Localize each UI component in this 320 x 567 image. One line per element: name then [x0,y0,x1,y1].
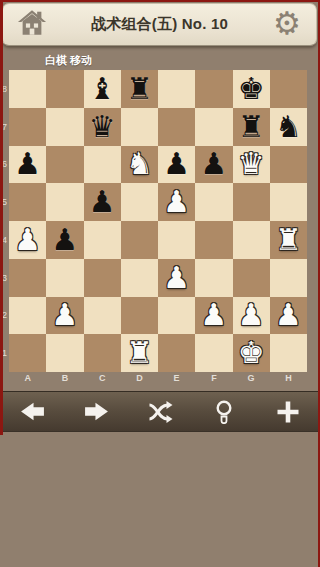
file-labels: ABCDEFGH [9,373,307,386]
square-b6[interactable] [46,146,83,184]
square-e8[interactable] [158,70,195,108]
piece-black-rook: ♜ [238,112,265,142]
file-label-f: F [195,373,232,386]
app-screen: 战术组合(五) No. 10 ⚙ 白棋 移动 87654321 ♝♜♚♛♜♞♟♞… [0,0,320,567]
square-c1[interactable] [84,334,121,372]
square-g6[interactable]: ♛ [233,146,270,184]
forward-arrow-icon [83,401,110,422]
file-label-d: D [121,373,158,386]
square-h5[interactable] [270,183,307,221]
square-c3[interactable] [84,259,121,297]
square-d6[interactable]: ♞ [121,146,158,184]
piece-white-knight: ♞ [126,149,153,179]
piece-black-queen: ♛ [89,112,116,142]
square-a3[interactable] [9,259,46,297]
square-h8[interactable] [270,70,307,108]
square-e2[interactable] [158,297,195,335]
plus-icon [276,400,300,424]
square-f3[interactable] [195,259,232,297]
square-f2[interactable]: ♟ [195,297,232,335]
square-b2[interactable]: ♟ [46,297,83,335]
square-a6[interactable]: ♟ [9,146,46,184]
square-c4[interactable] [84,221,121,259]
screen-frame-top [0,0,320,2]
bottom-panel [0,432,320,567]
square-g8[interactable]: ♚ [233,70,270,108]
shuffle-button[interactable] [128,392,192,431]
add-button[interactable] [256,392,320,431]
square-g3[interactable] [233,259,270,297]
piece-black-pawn: ♟ [89,187,116,217]
piece-white-pawn: ♟ [200,300,227,330]
piece-white-pawn: ♟ [51,300,78,330]
page-title: 战术组合(五) No. 10 [61,15,258,34]
piece-black-king: ♚ [238,74,265,104]
shuffle-icon [147,401,174,423]
square-g2[interactable]: ♟ [233,297,270,335]
square-h1[interactable] [270,334,307,372]
file-label-b: B [46,373,83,386]
square-e6[interactable]: ♟ [158,146,195,184]
square-b3[interactable] [46,259,83,297]
piece-black-bishop: ♝ [89,74,116,104]
square-f8[interactable] [195,70,232,108]
settings-button[interactable]: ⚙ [258,4,316,45]
piece-black-knight: ♞ [275,112,302,142]
file-label-h: H [270,373,307,386]
square-h6[interactable] [270,146,307,184]
square-a2[interactable] [9,297,46,335]
square-d2[interactable] [121,297,158,335]
chess-board: ♝♜♚♛♜♞♟♞♟♟♛♟♟♟♟♜♟♟♟♟♟♜♚ [9,70,307,372]
square-g5[interactable] [233,183,270,221]
square-c2[interactable] [84,297,121,335]
square-a7[interactable] [9,108,46,146]
square-f5[interactable] [195,183,232,221]
square-d3[interactable] [121,259,158,297]
back-arrow-icon [19,401,46,422]
square-g4[interactable] [233,221,270,259]
square-d8[interactable]: ♜ [121,70,158,108]
square-b4[interactable]: ♟ [46,221,83,259]
square-g7[interactable]: ♜ [233,108,270,146]
square-e5[interactable]: ♟ [158,183,195,221]
square-d4[interactable] [121,221,158,259]
piece-black-rook: ♜ [126,74,153,104]
hint-button[interactable] [192,392,256,431]
square-h7[interactable]: ♞ [270,108,307,146]
piece-white-pawn: ♟ [238,300,265,330]
square-d1[interactable]: ♜ [121,334,158,372]
square-c5[interactable]: ♟ [84,183,121,221]
home-icon [17,9,47,40]
piece-black-pawn: ♟ [163,149,190,179]
square-a1[interactable] [9,334,46,372]
square-h2[interactable]: ♟ [270,297,307,335]
screen-frame-left [0,0,3,435]
lightbulb-icon [213,400,235,424]
square-e7[interactable] [158,108,195,146]
square-b1[interactable] [46,334,83,372]
piece-white-pawn: ♟ [275,300,302,330]
square-c8[interactable]: ♝ [84,70,121,108]
piece-white-pawn: ♟ [163,187,190,217]
piece-black-pawn: ♟ [200,149,227,179]
file-label-c: C [84,373,121,386]
square-c7[interactable]: ♛ [84,108,121,146]
square-g1[interactable]: ♚ [233,334,270,372]
square-a8[interactable] [9,70,46,108]
square-c6[interactable] [84,146,121,184]
bottom-toolbar [0,391,320,432]
square-f6[interactable]: ♟ [195,146,232,184]
piece-black-pawn: ♟ [51,225,78,255]
file-label-e: E [158,373,195,386]
square-f7[interactable] [195,108,232,146]
back-button[interactable] [0,392,64,431]
square-e3[interactable]: ♟ [158,259,195,297]
square-e1[interactable] [158,334,195,372]
gear-icon: ⚙ [273,8,301,39]
piece-white-rook: ♜ [275,225,302,255]
piece-white-rook: ♜ [126,338,153,368]
file-label-a: A [9,373,46,386]
piece-white-pawn: ♟ [163,263,190,293]
square-d7[interactable] [121,108,158,146]
square-f4[interactable] [195,221,232,259]
square-e4[interactable] [158,221,195,259]
home-button[interactable] [3,4,61,45]
square-b7[interactable] [46,108,83,146]
piece-white-queen: ♛ [238,149,265,179]
square-h4[interactable]: ♜ [270,221,307,259]
square-f1[interactable] [195,334,232,372]
square-a5[interactable] [9,183,46,221]
square-a4[interactable]: ♟ [9,221,46,259]
square-h3[interactable] [270,259,307,297]
piece-white-pawn: ♟ [14,225,41,255]
piece-black-pawn: ♟ [14,149,41,179]
file-label-g: G [233,373,270,386]
header-bar: 战术组合(五) No. 10 ⚙ [2,3,317,46]
forward-button[interactable] [64,392,128,431]
turn-indicator: 白棋 移动 [45,53,92,68]
square-b8[interactable] [46,70,83,108]
square-d5[interactable] [121,183,158,221]
square-b5[interactable] [46,183,83,221]
piece-white-king: ♚ [238,338,265,368]
